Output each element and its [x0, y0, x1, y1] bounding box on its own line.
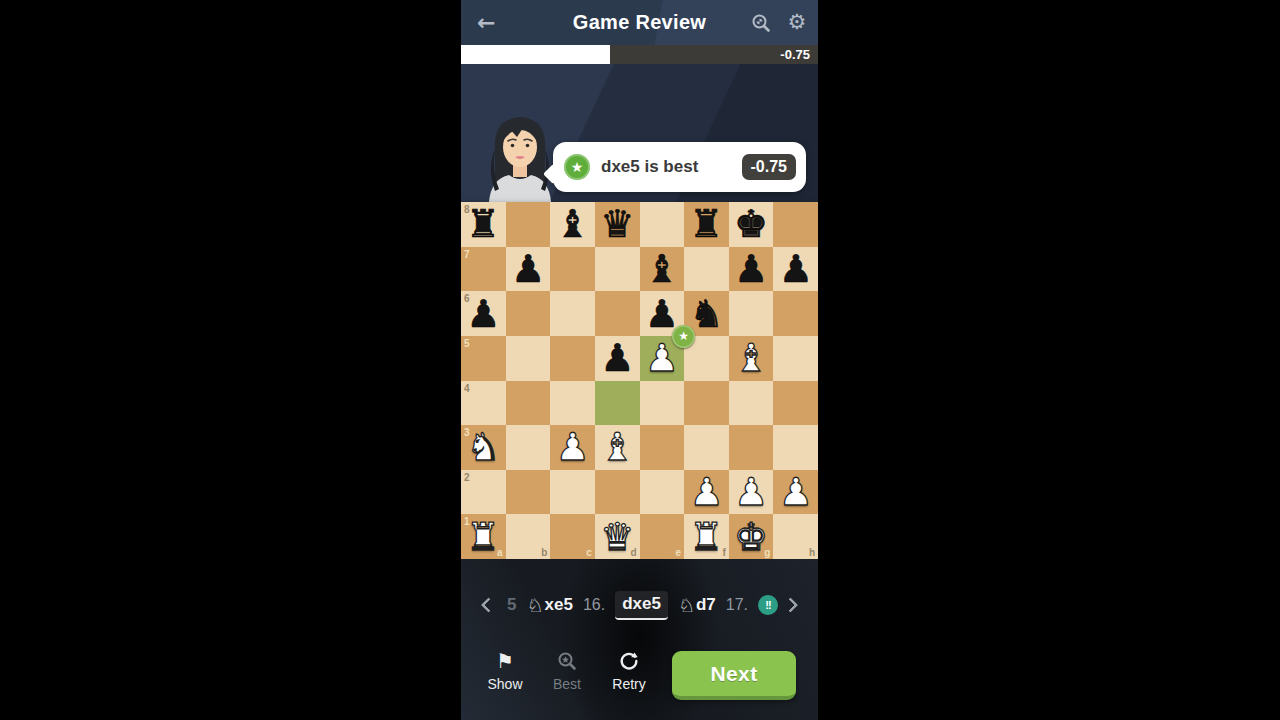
square-d5[interactable]: ♟ — [595, 336, 640, 381]
file-label-c: c — [586, 547, 592, 558]
piece-black-pawn: ♟ — [461, 291, 506, 336]
square-d4[interactable] — [595, 381, 640, 426]
square-g6[interactable] — [729, 291, 774, 336]
piece-black-bishop: ♝ — [640, 247, 685, 292]
move-nd7[interactable]: ♘ d7 — [678, 594, 716, 616]
settings-gear-icon[interactable]: ⚙ — [786, 12, 808, 34]
square-e4[interactable] — [640, 381, 685, 426]
square-c5[interactable] — [550, 336, 595, 381]
square-a1[interactable]: ♜1a — [461, 514, 506, 559]
square-d7[interactable] — [595, 247, 640, 292]
move-number-17: 17. — [726, 596, 748, 614]
square-b2[interactable] — [506, 470, 551, 515]
square-e7[interactable]: ♝ — [640, 247, 685, 292]
piece-white-king: ♚ — [729, 514, 774, 559]
coach-speech-bubble: ★ dxe5 is best -0.75 — [553, 142, 806, 192]
square-h7[interactable]: ♟ — [773, 247, 818, 292]
piece-white-pawn: ♟ — [684, 470, 729, 515]
square-d1[interactable]: ♛d — [595, 514, 640, 559]
file-label-f: f — [722, 547, 725, 558]
square-b5[interactable] — [506, 336, 551, 381]
move-nxe5[interactable]: ♘ xe5 — [526, 594, 572, 616]
rank-label-4: 4 — [464, 383, 470, 394]
square-a2[interactable]: 2 — [461, 470, 506, 515]
next-puzzle-button[interactable]: Next — [672, 651, 796, 700]
previous-move-button[interactable] — [481, 597, 497, 613]
square-a5[interactable]: 5 — [461, 336, 506, 381]
square-a7[interactable]: 7 — [461, 247, 506, 292]
file-label-h: h — [809, 547, 815, 558]
rank-label-7: 7 — [464, 249, 470, 260]
file-label-g: g — [764, 547, 770, 558]
piece-white-pawn: ♟ — [773, 470, 818, 515]
square-a3[interactable]: ♞3 — [461, 425, 506, 470]
square-h1[interactable]: h — [773, 514, 818, 559]
piece-black-rook: ♜ — [461, 202, 506, 247]
best-button[interactable]: Best — [539, 648, 595, 692]
rank-label-3: 3 — [464, 427, 470, 438]
square-h2[interactable]: ♟ — [773, 470, 818, 515]
move-list-bar: 5 ♘ xe5 16. dxe5 ♘ d7 17. !! — [461, 586, 818, 624]
piece-white-queen: ♛ — [595, 514, 640, 559]
chess-app-window: ← Game Review ⚙ -0.75 — [461, 0, 818, 720]
piece-white-pawn: ♟ — [729, 470, 774, 515]
square-h4[interactable] — [773, 381, 818, 426]
evaluation-score: -0.75 — [780, 45, 810, 64]
square-a8[interactable]: ♜8 — [461, 202, 506, 247]
square-g3[interactable] — [729, 425, 774, 470]
piece-white-bishop: ♝ — [595, 425, 640, 470]
piece-white-knight: ♞ — [461, 425, 506, 470]
piece-black-queen: ♛ — [595, 202, 640, 247]
move-dxe5-current[interactable]: dxe5 — [615, 591, 668, 620]
rank-label-2: 2 — [464, 472, 470, 483]
coach-avatar — [475, 111, 565, 202]
magnifier-star-icon — [556, 650, 578, 672]
piece-black-bishop: ♝ — [550, 202, 595, 247]
square-f4[interactable] — [684, 381, 729, 426]
square-d8[interactable]: ♛ — [595, 202, 640, 247]
square-e8[interactable] — [640, 202, 685, 247]
square-e5[interactable]: ♟★ — [640, 336, 685, 381]
square-f3[interactable] — [684, 425, 729, 470]
file-label-a: a — [497, 547, 503, 558]
square-a4[interactable]: 4 — [461, 381, 506, 426]
square-c3[interactable]: ♟ — [550, 425, 595, 470]
piece-black-pawn: ♟ — [595, 336, 640, 381]
rank-label-1: 1 — [464, 516, 470, 527]
square-a6[interactable]: ♟6 — [461, 291, 506, 336]
file-label-e: e — [676, 547, 682, 558]
square-g8[interactable]: ♚ — [729, 202, 774, 247]
square-b1[interactable]: b — [506, 514, 551, 559]
piece-white-pawn: ♟ — [550, 425, 595, 470]
analysis-search-icon[interactable] — [750, 12, 772, 34]
square-g7[interactable]: ♟ — [729, 247, 774, 292]
square-f1[interactable]: ♜f — [684, 514, 729, 559]
file-label-b: b — [541, 547, 547, 558]
move-number-16: 16. — [583, 596, 605, 614]
square-b4[interactable] — [506, 381, 551, 426]
coach-eval-badge: -0.75 — [742, 154, 796, 180]
header-bar: ← Game Review ⚙ — [461, 0, 818, 45]
square-c7[interactable] — [550, 247, 595, 292]
square-g1[interactable]: ♚g — [729, 514, 774, 559]
knight-figurine-icon: ♘ — [678, 594, 695, 616]
square-g5[interactable]: ♝ — [729, 336, 774, 381]
piece-white-rook: ♜ — [461, 514, 506, 559]
square-b8[interactable] — [506, 202, 551, 247]
rank-label-8: 8 — [464, 204, 470, 215]
piece-black-pawn: ♟ — [506, 247, 551, 292]
square-h8[interactable] — [773, 202, 818, 247]
file-label-d: d — [630, 547, 636, 558]
show-button[interactable]: ⚑ Show — [477, 648, 533, 692]
square-e1[interactable]: e — [640, 514, 685, 559]
square-d6[interactable] — [595, 291, 640, 336]
retry-button[interactable]: Retry — [601, 648, 657, 692]
piece-black-king: ♚ — [729, 202, 774, 247]
square-f8[interactable]: ♜ — [684, 202, 729, 247]
square-g4[interactable] — [729, 381, 774, 426]
next-move-button[interactable] — [783, 597, 799, 613]
square-f7[interactable] — [684, 247, 729, 292]
knight-figurine-icon: ♘ — [526, 594, 543, 616]
magnifier-icon — [750, 12, 772, 34]
piece-white-bishop: ♝ — [729, 336, 774, 381]
footer-toolbar: ⚑ Show Best — [477, 648, 663, 692]
square-d3[interactable]: ♝ — [595, 425, 640, 470]
piece-black-pawn: ♟ — [773, 247, 818, 292]
evaluation-bar: -0.75 — [461, 45, 818, 64]
evaluation-bar-white-segment — [461, 45, 610, 64]
square-g2[interactable]: ♟ — [729, 470, 774, 515]
square-d2[interactable] — [595, 470, 640, 515]
best-move-star-icon: ★ — [564, 154, 590, 180]
square-c1[interactable]: c — [550, 514, 595, 559]
square-h5[interactable] — [773, 336, 818, 381]
square-c6[interactable] — [550, 291, 595, 336]
square-c2[interactable] — [550, 470, 595, 515]
flag-icon: ⚑ — [496, 651, 514, 671]
square-c4[interactable] — [550, 381, 595, 426]
great-move-badge: !! — [758, 595, 778, 615]
piece-black-pawn: ♟ — [729, 247, 774, 292]
square-b7[interactable]: ♟ — [506, 247, 551, 292]
best-move-star-badge: ★ — [672, 325, 695, 348]
square-e2[interactable] — [640, 470, 685, 515]
piece-white-rook: ♜ — [684, 514, 729, 559]
square-b6[interactable] — [506, 291, 551, 336]
piece-black-rook: ♜ — [684, 202, 729, 247]
rank-label-5: 5 — [464, 338, 470, 349]
coach-section: ★ dxe5 is best -0.75 — [461, 64, 818, 202]
square-f2[interactable]: ♟ — [684, 470, 729, 515]
square-c8[interactable]: ♝ — [550, 202, 595, 247]
retry-circular-arrow-icon — [618, 650, 640, 672]
square-e3[interactable] — [640, 425, 685, 470]
square-h6[interactable] — [773, 291, 818, 336]
screen: ← Game Review ⚙ -0.75 — [0, 0, 1280, 720]
chess-board: ♜8♝♛♜♚7♟♝♟♟♟6♟♞5♟♟★♝4♞3♟♝2♟♟♟♜1abc♛de♜f♚… — [461, 202, 818, 559]
square-b3[interactable] — [506, 425, 551, 470]
square-h3[interactable] — [773, 425, 818, 470]
rank-label-6: 6 — [464, 293, 470, 304]
coach-message: dxe5 is best — [601, 157, 698, 177]
move-number-fragment: 5 — [507, 595, 516, 615]
